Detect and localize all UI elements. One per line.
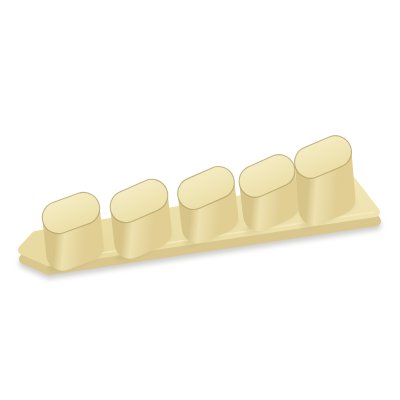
product-photo: [0, 0, 400, 400]
display-stand-illustration: [0, 0, 400, 400]
